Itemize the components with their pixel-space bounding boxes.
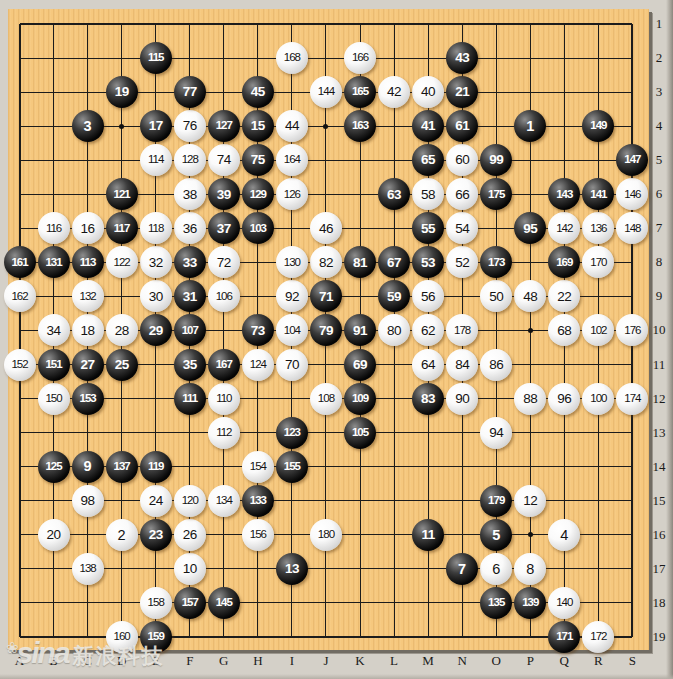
stone-E7: 118 xyxy=(140,212,172,244)
star-point xyxy=(323,124,328,129)
move-number: 113 xyxy=(80,257,96,269)
move-number: 106 xyxy=(216,291,232,303)
stone-J3: 144 xyxy=(310,76,342,108)
move-number: 43 xyxy=(455,51,469,65)
stone-G6: 39 xyxy=(208,178,240,210)
move-number: 111 xyxy=(182,393,197,405)
move-number: 30 xyxy=(149,290,163,304)
stone-N6: 66 xyxy=(446,178,478,210)
stone-F16: 26 xyxy=(174,519,206,551)
move-number: 7 xyxy=(458,562,466,577)
stone-M8: 53 xyxy=(412,246,444,278)
move-number: 28 xyxy=(115,324,129,338)
stone-E2: 115 xyxy=(140,42,172,74)
column-label: S xyxy=(629,653,636,669)
move-number: 5 xyxy=(492,528,500,543)
move-number: 42 xyxy=(387,85,401,99)
stone-K13: 105 xyxy=(344,417,376,449)
move-number: 165 xyxy=(352,86,368,98)
stone-J12: 108 xyxy=(310,383,342,415)
move-number: 131 xyxy=(45,257,61,269)
stone-C9: 132 xyxy=(72,280,104,312)
stone-L8: 67 xyxy=(378,246,410,278)
stone-E8: 32 xyxy=(140,246,172,278)
move-number: 37 xyxy=(217,222,231,236)
move-number: 61 xyxy=(455,119,469,133)
stone-M10: 62 xyxy=(412,314,444,346)
move-number: 64 xyxy=(421,358,435,372)
stone-B14: 125 xyxy=(38,451,70,483)
stone-I14: 155 xyxy=(276,451,308,483)
stone-B16: 20 xyxy=(38,519,70,551)
stone-K10: 91 xyxy=(344,314,376,346)
grid-horizontal-line xyxy=(20,432,633,433)
column-label: D xyxy=(117,653,126,669)
row-label: 7 xyxy=(656,220,663,236)
move-number: 19 xyxy=(115,85,129,99)
go-diagram-screen: 1234567891011121315161718192021222324252… xyxy=(0,0,673,679)
move-number: 16 xyxy=(81,222,95,236)
row-label: 19 xyxy=(653,629,666,645)
move-number: 76 xyxy=(183,119,197,133)
stone-F10: 107 xyxy=(174,314,206,346)
stone-F17: 10 xyxy=(174,553,206,585)
move-number: 128 xyxy=(182,154,198,166)
stone-O13: 94 xyxy=(480,417,512,449)
move-number: 65 xyxy=(421,153,435,167)
stone-E19: 159 xyxy=(140,621,172,653)
move-number: 143 xyxy=(556,189,572,201)
move-number: 70 xyxy=(285,358,299,372)
move-number: 79 xyxy=(319,324,333,338)
move-number: 91 xyxy=(353,324,367,338)
stone-O18: 135 xyxy=(480,587,512,619)
column-label: B xyxy=(49,653,58,669)
row-label: 3 xyxy=(656,84,663,100)
column-label: Q xyxy=(560,653,569,669)
move-number: 22 xyxy=(557,290,571,304)
move-number: 32 xyxy=(149,256,163,270)
move-number: 59 xyxy=(387,290,401,304)
stone-I10: 104 xyxy=(276,314,308,346)
stone-C15: 98 xyxy=(72,485,104,517)
window-right-edge xyxy=(666,0,673,679)
stone-M7: 55 xyxy=(412,212,444,244)
column-label: H xyxy=(253,653,262,669)
move-number: 176 xyxy=(624,325,640,337)
move-number: 161 xyxy=(11,257,27,269)
stone-Q8: 169 xyxy=(548,246,580,278)
stone-N2: 43 xyxy=(446,42,478,74)
move-number: 105 xyxy=(352,427,368,439)
move-number: 62 xyxy=(421,324,435,338)
move-number: 116 xyxy=(46,223,61,235)
stone-K3: 165 xyxy=(344,76,376,108)
stone-F4: 76 xyxy=(174,110,206,142)
stone-M11: 64 xyxy=(412,349,444,381)
stone-F6: 38 xyxy=(174,178,206,210)
move-number: 149 xyxy=(590,120,606,132)
stone-O9: 50 xyxy=(480,280,512,312)
move-number: 158 xyxy=(148,597,164,609)
row-label: 18 xyxy=(653,595,666,611)
move-number: 67 xyxy=(387,256,401,270)
stone-G13: 112 xyxy=(208,417,240,449)
move-number: 157 xyxy=(182,597,198,609)
move-number: 100 xyxy=(590,393,606,405)
stone-P9: 48 xyxy=(514,280,546,312)
move-number: 120 xyxy=(182,495,198,507)
stone-D10: 28 xyxy=(106,314,138,346)
move-number: 41 xyxy=(421,119,435,133)
stone-K8: 81 xyxy=(344,246,376,278)
stone-G15: 134 xyxy=(208,485,240,517)
move-number: 166 xyxy=(352,52,368,64)
stone-L10: 80 xyxy=(378,314,410,346)
stone-D8: 122 xyxy=(106,246,138,278)
stone-M16: 11 xyxy=(412,519,444,551)
move-number: 108 xyxy=(318,393,334,405)
stone-I8: 130 xyxy=(276,246,308,278)
move-number: 153 xyxy=(80,393,96,405)
stone-S5: 147 xyxy=(616,144,648,176)
stone-P18: 139 xyxy=(514,587,546,619)
stone-A11: 152 xyxy=(4,349,36,381)
move-number: 34 xyxy=(47,324,61,338)
move-number: 74 xyxy=(217,153,231,167)
move-number: 80 xyxy=(387,324,401,338)
move-number: 55 xyxy=(421,222,435,236)
move-number: 63 xyxy=(387,188,401,202)
stone-C17: 138 xyxy=(72,553,104,585)
move-number: 139 xyxy=(522,597,538,609)
stone-K11: 69 xyxy=(344,349,376,381)
move-number: 170 xyxy=(590,257,606,269)
move-number: 13 xyxy=(285,562,299,576)
row-label: 16 xyxy=(653,527,666,543)
move-number: 164 xyxy=(284,154,300,166)
move-number: 46 xyxy=(319,222,333,236)
stone-N10: 178 xyxy=(446,314,478,346)
move-number: 21 xyxy=(455,85,469,99)
stone-M12: 83 xyxy=(412,383,444,415)
stone-M5: 65 xyxy=(412,144,444,176)
stone-I11: 70 xyxy=(276,349,308,381)
stone-P4: 1 xyxy=(514,110,546,142)
move-number: 38 xyxy=(183,188,197,202)
move-number: 56 xyxy=(421,290,435,304)
move-number: 99 xyxy=(489,153,503,167)
go-board: 1234567891011121315161718192021222324252… xyxy=(8,9,649,650)
move-number: 115 xyxy=(148,52,164,64)
stone-J10: 79 xyxy=(310,314,342,346)
stone-J8: 82 xyxy=(310,246,342,278)
stone-O8: 173 xyxy=(480,246,512,278)
stone-E9: 30 xyxy=(140,280,172,312)
move-number: 54 xyxy=(455,222,469,236)
stone-Q10: 68 xyxy=(548,314,580,346)
stone-K2: 166 xyxy=(344,42,376,74)
move-number: 159 xyxy=(148,631,164,643)
column-label: C xyxy=(83,653,92,669)
move-number: 125 xyxy=(45,461,61,473)
stone-G8: 72 xyxy=(208,246,240,278)
stone-L9: 59 xyxy=(378,280,410,312)
stone-N3: 21 xyxy=(446,76,478,108)
stone-F15: 120 xyxy=(174,485,206,517)
stone-O11: 86 xyxy=(480,349,512,381)
move-number: 129 xyxy=(250,189,266,201)
move-number: 154 xyxy=(250,461,266,473)
move-number: 73 xyxy=(251,324,265,338)
stone-O16: 5 xyxy=(480,519,512,551)
stone-G11: 167 xyxy=(208,349,240,381)
stone-B8: 131 xyxy=(38,246,70,278)
move-number: 86 xyxy=(489,358,503,372)
move-number: 24 xyxy=(149,494,163,508)
stone-Q9: 22 xyxy=(548,280,580,312)
move-number: 90 xyxy=(455,392,469,406)
move-number: 173 xyxy=(488,257,504,269)
move-number: 138 xyxy=(80,563,96,575)
stone-D6: 121 xyxy=(106,178,138,210)
stone-F8: 33 xyxy=(174,246,206,278)
stone-J7: 46 xyxy=(310,212,342,244)
stone-C8: 113 xyxy=(72,246,104,278)
move-number: 69 xyxy=(353,358,367,372)
move-number: 104 xyxy=(284,325,300,337)
star-point xyxy=(528,328,533,333)
column-label: A xyxy=(15,653,24,669)
stone-E5: 114 xyxy=(140,144,172,176)
column-label: I xyxy=(290,653,294,669)
stone-N12: 90 xyxy=(446,383,478,415)
row-label: 9 xyxy=(656,288,663,304)
move-number: 58 xyxy=(421,188,435,202)
move-number: 110 xyxy=(216,393,231,405)
star-point xyxy=(528,532,533,537)
stone-H16: 156 xyxy=(242,519,274,551)
move-number: 152 xyxy=(11,359,27,371)
row-label: 13 xyxy=(653,425,666,441)
move-number: 81 xyxy=(353,256,367,270)
move-number: 119 xyxy=(148,461,164,473)
move-number: 175 xyxy=(488,189,504,201)
stone-E15: 24 xyxy=(140,485,172,517)
stone-M3: 40 xyxy=(412,76,444,108)
stone-R10: 102 xyxy=(582,314,614,346)
move-number: 1 xyxy=(526,119,534,134)
move-number: 66 xyxy=(455,188,469,202)
stone-H11: 124 xyxy=(242,349,274,381)
stone-H15: 133 xyxy=(242,485,274,517)
stone-E10: 29 xyxy=(140,314,172,346)
move-number: 114 xyxy=(148,154,163,166)
stone-H6: 129 xyxy=(242,178,274,210)
move-number: 124 xyxy=(250,359,266,371)
stone-I4: 44 xyxy=(276,110,308,142)
move-number: 171 xyxy=(556,631,572,643)
stone-P7: 95 xyxy=(514,212,546,244)
move-number: 23 xyxy=(149,528,163,542)
move-number: 11 xyxy=(421,528,434,542)
stone-P17: 8 xyxy=(514,553,546,585)
move-number: 127 xyxy=(216,120,232,132)
stone-N4: 61 xyxy=(446,110,478,142)
move-number: 168 xyxy=(284,52,300,64)
move-number: 33 xyxy=(183,256,197,270)
move-number: 169 xyxy=(556,257,572,269)
stone-I2: 168 xyxy=(276,42,308,74)
column-label: K xyxy=(355,653,364,669)
stone-E16: 23 xyxy=(140,519,172,551)
stone-S6: 146 xyxy=(616,178,648,210)
move-number: 167 xyxy=(216,359,232,371)
stone-C12: 153 xyxy=(72,383,104,415)
move-number: 118 xyxy=(148,223,163,235)
row-label: 10 xyxy=(653,322,666,338)
move-number: 103 xyxy=(250,223,266,235)
stone-N5: 60 xyxy=(446,144,478,176)
move-number: 130 xyxy=(284,257,300,269)
row-label: 17 xyxy=(653,561,666,577)
stone-E18: 158 xyxy=(140,587,172,619)
stone-R6: 141 xyxy=(582,178,614,210)
stone-B10: 34 xyxy=(38,314,70,346)
stone-O17: 6 xyxy=(480,553,512,585)
move-number: 82 xyxy=(319,256,333,270)
move-number: 15 xyxy=(251,119,265,133)
star-point xyxy=(119,124,124,129)
stone-S7: 148 xyxy=(616,212,648,244)
stone-Q16: 4 xyxy=(548,519,580,551)
move-number: 36 xyxy=(183,222,197,236)
stone-D16: 2 xyxy=(106,519,138,551)
move-number: 145 xyxy=(216,597,232,609)
row-label: 11 xyxy=(653,357,666,373)
stone-M9: 56 xyxy=(412,280,444,312)
move-number: 40 xyxy=(421,85,435,99)
stone-O5: 99 xyxy=(480,144,512,176)
move-number: 151 xyxy=(45,359,61,371)
move-number: 94 xyxy=(489,426,503,440)
move-number: 29 xyxy=(149,324,163,338)
move-number: 48 xyxy=(523,290,537,304)
move-number: 88 xyxy=(523,392,537,406)
move-number: 52 xyxy=(455,256,469,270)
stone-G9: 106 xyxy=(208,280,240,312)
stone-M6: 58 xyxy=(412,178,444,210)
move-number: 27 xyxy=(81,358,95,372)
stone-D7: 117 xyxy=(106,212,138,244)
stone-F9: 31 xyxy=(174,280,206,312)
stone-Q18: 140 xyxy=(548,587,580,619)
column-label: L xyxy=(390,653,398,669)
move-number: 17 xyxy=(149,119,163,133)
stone-D11: 25 xyxy=(106,349,138,381)
stone-F5: 128 xyxy=(174,144,206,176)
row-label: 12 xyxy=(653,391,666,407)
stone-O6: 175 xyxy=(480,178,512,210)
move-number: 132 xyxy=(80,291,96,303)
stone-I5: 164 xyxy=(276,144,308,176)
stone-D14: 137 xyxy=(106,451,138,483)
stone-D3: 19 xyxy=(106,76,138,108)
move-number: 4 xyxy=(560,528,568,543)
move-number: 142 xyxy=(556,223,572,235)
stone-I13: 123 xyxy=(276,417,308,449)
move-number: 144 xyxy=(318,86,334,98)
move-number: 162 xyxy=(11,291,27,303)
move-number: 72 xyxy=(217,256,231,270)
move-number: 180 xyxy=(318,529,334,541)
column-label: G xyxy=(219,653,228,669)
row-label: 5 xyxy=(656,152,663,168)
stone-C10: 18 xyxy=(72,314,104,346)
stone-I9: 92 xyxy=(276,280,308,312)
stone-R8: 170 xyxy=(582,246,614,278)
stone-G18: 145 xyxy=(208,587,240,619)
move-number: 9 xyxy=(84,459,92,474)
row-label: 15 xyxy=(653,493,666,509)
stone-F12: 111 xyxy=(174,383,206,415)
row-label: 1 xyxy=(656,16,663,32)
stone-S12: 174 xyxy=(616,383,648,415)
stone-R12: 100 xyxy=(582,383,614,415)
move-number: 178 xyxy=(454,325,470,337)
stone-H3: 45 xyxy=(242,76,274,108)
stone-R19: 172 xyxy=(582,621,614,653)
move-number: 68 xyxy=(557,324,571,338)
move-number: 95 xyxy=(523,222,537,236)
stone-J16: 180 xyxy=(310,519,342,551)
row-label: 2 xyxy=(656,50,663,66)
move-number: 146 xyxy=(624,189,640,201)
stone-E14: 119 xyxy=(140,451,172,483)
stone-O15: 179 xyxy=(480,485,512,517)
move-number: 31 xyxy=(183,290,197,304)
move-number: 77 xyxy=(183,85,197,99)
column-label: R xyxy=(594,653,603,669)
stone-L6: 63 xyxy=(378,178,410,210)
move-number: 3 xyxy=(84,119,92,134)
move-number: 60 xyxy=(455,153,469,167)
move-number: 6 xyxy=(492,562,500,577)
move-number: 133 xyxy=(250,495,266,507)
move-number: 135 xyxy=(488,597,504,609)
move-number: 160 xyxy=(114,631,130,643)
stone-L3: 42 xyxy=(378,76,410,108)
move-number: 109 xyxy=(352,393,368,405)
stone-E4: 17 xyxy=(140,110,172,142)
move-number: 174 xyxy=(624,393,640,405)
move-number: 45 xyxy=(251,85,265,99)
move-number: 121 xyxy=(114,189,130,201)
move-number: 10 xyxy=(183,562,197,576)
move-number: 18 xyxy=(81,324,95,338)
stone-R4: 149 xyxy=(582,110,614,142)
move-number: 156 xyxy=(250,529,266,541)
move-number: 150 xyxy=(45,393,61,405)
stone-K12: 109 xyxy=(344,383,376,415)
stone-H7: 103 xyxy=(242,212,274,244)
stone-D19: 160 xyxy=(106,621,138,653)
stone-F7: 36 xyxy=(174,212,206,244)
row-label: 6 xyxy=(656,186,663,202)
stone-G4: 127 xyxy=(208,110,240,142)
move-number: 35 xyxy=(183,358,197,372)
stone-A9: 162 xyxy=(4,280,36,312)
